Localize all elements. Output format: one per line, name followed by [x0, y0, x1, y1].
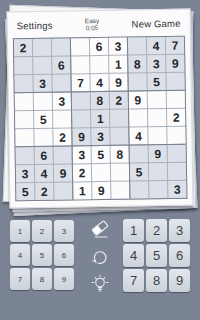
lightbulb-icon — [89, 273, 111, 295]
cell-r8c5[interactable] — [92, 164, 110, 181]
cell-r1c3[interactable] — [52, 38, 70, 55]
cell-r5c3[interactable] — [53, 110, 71, 127]
cell-r9c3[interactable] — [54, 182, 72, 199]
cell-r7c5[interactable]: 5 — [92, 146, 110, 163]
paper-stack: Settings Easy 0:05 New Game 263476183937… — [8, 10, 192, 207]
entry-key-5[interactable]: 5 — [146, 244, 167, 267]
cell-r5c5[interactable]: 1 — [91, 110, 109, 127]
hint-button[interactable] — [88, 273, 112, 295]
cell-r8c7[interactable]: 5 — [130, 163, 148, 180]
cell-r3c4[interactable]: 7 — [71, 74, 89, 91]
sudoku-grid: 2634761839374953829512293463589349255219… — [13, 36, 188, 202]
cell-r2c3[interactable]: 6 — [52, 56, 70, 73]
cell-r3c3[interactable] — [52, 74, 70, 91]
cell-r8c6[interactable] — [111, 164, 129, 181]
eraser-icon — [89, 220, 111, 240]
cell-r1c1[interactable]: 2 — [14, 39, 32, 56]
undo-icon — [89, 246, 111, 268]
cell-r8c1[interactable]: 3 — [16, 165, 34, 182]
cell-r1c9[interactable]: 7 — [166, 37, 184, 54]
cell-r2c7[interactable]: 8 — [128, 55, 146, 72]
cell-r3c1[interactable] — [14, 75, 32, 92]
cell-r4c5[interactable]: 8 — [91, 92, 109, 109]
notes-key-9[interactable]: 9 — [54, 268, 74, 290]
cell-r7c8[interactable]: 9 — [149, 145, 167, 162]
notes-key-1[interactable]: 1 — [10, 220, 30, 242]
timer-label: 0:05 — [86, 24, 99, 32]
cell-r4c8[interactable] — [148, 91, 166, 108]
cell-r3c9[interactable] — [166, 73, 184, 90]
tool-column — [88, 219, 112, 295]
cell-r7c7[interactable] — [130, 145, 148, 162]
cell-r6c5[interactable]: 3 — [91, 128, 109, 145]
cell-r4c4[interactable] — [72, 92, 90, 109]
cell-r9c7[interactable] — [130, 181, 148, 198]
notes-key-3[interactable]: 3 — [54, 220, 74, 242]
cell-r1c7[interactable] — [128, 37, 146, 54]
cell-r2c4[interactable] — [71, 56, 89, 73]
game-status: Easy 0:05 — [85, 17, 100, 32]
cell-r8c2[interactable]: 4 — [35, 165, 53, 182]
cell-r9c1[interactable]: 5 — [16, 183, 34, 200]
cell-r3c5[interactable]: 4 — [90, 74, 108, 91]
cell-r6c1[interactable] — [15, 129, 33, 146]
cell-r1c2[interactable] — [33, 39, 51, 56]
cell-r1c5[interactable]: 6 — [90, 38, 108, 55]
cell-r2c1[interactable] — [14, 57, 32, 74]
entry-key-8[interactable]: 8 — [146, 269, 167, 292]
entry-key-2[interactable]: 2 — [146, 219, 167, 242]
cell-r9c9[interactable]: 3 — [168, 181, 186, 198]
cell-r9c6[interactable] — [111, 182, 129, 199]
cell-r5c6[interactable] — [110, 110, 128, 127]
cell-r1c8[interactable]: 4 — [147, 37, 165, 54]
cell-r8c9[interactable] — [168, 163, 186, 180]
notes-keypad: 123456789 — [10, 220, 74, 290]
entry-key-9[interactable]: 9 — [169, 269, 190, 292]
entry-key-6[interactable]: 6 — [169, 244, 190, 267]
cell-r4c2[interactable] — [34, 93, 52, 110]
cell-r1c4[interactable] — [71, 38, 89, 55]
entry-key-4[interactable]: 4 — [123, 244, 144, 267]
cell-r4c9[interactable] — [167, 91, 185, 108]
entry-keypad: 123456789 — [123, 219, 190, 292]
cell-r9c4[interactable]: 1 — [73, 182, 91, 199]
cell-r3c2[interactable]: 3 — [33, 75, 51, 92]
cell-r2c5[interactable] — [90, 56, 108, 73]
entry-key-1[interactable]: 1 — [123, 219, 144, 242]
cell-r2c2[interactable] — [33, 57, 51, 74]
cell-r3c6[interactable]: 9 — [109, 74, 127, 91]
cell-r7c9[interactable] — [168, 145, 186, 162]
notes-key-2[interactable]: 2 — [32, 220, 52, 242]
notes-key-7[interactable]: 7 — [10, 268, 30, 290]
cell-r8c3[interactable]: 9 — [54, 164, 72, 181]
cell-r6c6[interactable] — [110, 128, 128, 145]
cell-r2c8[interactable]: 3 — [147, 55, 165, 72]
undo-button[interactable] — [88, 246, 112, 268]
new-game-button[interactable]: New Game — [131, 17, 180, 29]
cell-r9c8[interactable] — [149, 181, 167, 198]
cell-r6c2[interactable] — [34, 129, 52, 146]
cell-r1c6[interactable]: 3 — [109, 38, 127, 55]
cell-r5c8[interactable] — [148, 109, 166, 126]
cell-r5c1[interactable] — [15, 111, 33, 128]
cell-r5c9[interactable]: 2 — [167, 109, 185, 126]
cell-r4c7[interactable]: 9 — [129, 91, 147, 108]
entry-key-3[interactable]: 3 — [169, 219, 190, 242]
cell-r6c4[interactable]: 9 — [72, 128, 90, 145]
cell-r7c2[interactable]: 6 — [35, 147, 53, 164]
cell-r3c8[interactable]: 5 — [147, 73, 165, 90]
cell-r9c5[interactable]: 9 — [92, 182, 110, 199]
notes-key-6[interactable]: 6 — [54, 244, 74, 266]
cell-r6c3[interactable]: 2 — [53, 128, 71, 145]
sudoku-card: Settings Easy 0:05 New Game 263476183937… — [6, 9, 193, 209]
cell-r7c6[interactable]: 8 — [111, 146, 129, 163]
cell-r9c2[interactable]: 2 — [35, 183, 53, 200]
notes-key-8[interactable]: 8 — [32, 268, 52, 290]
cell-r4c3[interactable]: 3 — [53, 92, 71, 109]
cell-r7c1[interactable] — [16, 147, 34, 164]
cell-r2c9[interactable]: 9 — [166, 55, 184, 72]
cell-r6c9[interactable] — [167, 127, 185, 144]
entry-key-7[interactable]: 7 — [123, 269, 144, 292]
cell-r5c2[interactable]: 5 — [34, 111, 52, 128]
settings-button[interactable]: Settings — [17, 19, 53, 31]
cell-r6c7[interactable]: 4 — [129, 127, 147, 144]
cell-r5c4[interactable] — [72, 110, 90, 127]
notes-key-5[interactable]: 5 — [32, 244, 52, 266]
header-bar: Settings Easy 0:05 New Game — [7, 10, 189, 39]
cell-r8c8[interactable] — [149, 163, 167, 180]
cell-r7c4[interactable]: 3 — [73, 146, 91, 163]
eraser-button[interactable] — [88, 219, 112, 241]
cell-r4c6[interactable]: 2 — [110, 92, 128, 109]
cell-r8c4[interactable]: 2 — [73, 164, 91, 181]
cell-r3c7[interactable] — [128, 73, 146, 90]
cell-r6c8[interactable] — [148, 127, 166, 144]
notes-key-4[interactable]: 4 — [10, 244, 30, 266]
cell-r5c7[interactable] — [129, 109, 147, 126]
cell-r4c1[interactable] — [15, 93, 33, 110]
cell-r7c3[interactable] — [54, 146, 72, 163]
cell-r2c6[interactable]: 1 — [109, 56, 127, 73]
